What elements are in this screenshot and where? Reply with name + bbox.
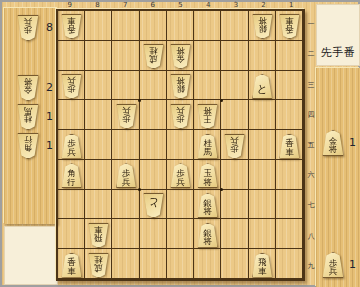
board-cell-8-3[interactable] bbox=[85, 71, 112, 101]
file-label-9: 9 bbox=[56, 2, 84, 9]
piece-gote-lance[interactable]: 香車 bbox=[61, 14, 82, 39]
file-label-2: 2 bbox=[250, 2, 278, 9]
piece-kanji: 歩 bbox=[122, 114, 131, 123]
rank-labels: 一二三四五六七八九 bbox=[306, 9, 316, 281]
board-cell-6-9[interactable] bbox=[140, 249, 167, 279]
board-cell-5-1[interactable] bbox=[167, 11, 194, 41]
piece-kanji: 銀 bbox=[176, 85, 185, 94]
file-label-5: 5 bbox=[167, 2, 195, 9]
piece-sente-lance[interactable]: 香車 bbox=[279, 134, 300, 159]
board-cell-4-1[interactable] bbox=[194, 11, 221, 41]
rank-label-4: 四 bbox=[306, 100, 316, 130]
piece-kanji: 行 bbox=[24, 135, 33, 144]
board-cell-3-8[interactable] bbox=[221, 219, 248, 249]
board-cell-4-3[interactable] bbox=[194, 71, 221, 101]
board-cell-9-2[interactable] bbox=[58, 41, 85, 71]
sente-hand-stand: 金将1歩兵1 bbox=[316, 68, 360, 287]
piece-gote-rook[interactable]: 飛車 bbox=[88, 223, 109, 248]
board-cell-2-7[interactable] bbox=[249, 190, 276, 220]
board-cell-7-5[interactable] bbox=[112, 130, 139, 160]
piece-kanji: 兵 bbox=[24, 17, 33, 26]
piece-kanji: 兵 bbox=[329, 267, 338, 276]
board-cell-5-7[interactable] bbox=[167, 190, 194, 220]
hand-count-gote-hand-gold: 2 bbox=[46, 81, 53, 94]
piece-gote-pawn[interactable]: 歩兵 bbox=[116, 104, 137, 129]
board-cell-3-1[interactable] bbox=[221, 11, 248, 41]
piece-gote-pawn[interactable]: 歩兵 bbox=[224, 134, 245, 159]
board-cell-9-4[interactable] bbox=[58, 100, 85, 130]
piece-kanji: 車 bbox=[95, 225, 104, 234]
board-cell-7-7[interactable] bbox=[112, 190, 139, 220]
board-cell-6-6[interactable] bbox=[140, 160, 167, 190]
board-cell-8-1[interactable] bbox=[85, 11, 112, 41]
piece-sente-silver[interactable]: 銀将 bbox=[197, 223, 218, 248]
board-cell-1-8[interactable] bbox=[276, 219, 303, 249]
board-cell-1-7[interactable] bbox=[276, 190, 303, 220]
piece-kanji: と bbox=[257, 83, 268, 97]
piece-kanji: 銀 bbox=[258, 25, 267, 34]
piece-kanji: 車 bbox=[285, 16, 294, 25]
shogi-board: 香車銀将香車成桂金将歩兵銀将と歩兵歩兵王将歩兵桂馬歩兵香車角行歩兵歩兵玉将と銀将… bbox=[56, 9, 305, 281]
piece-kanji: 行 bbox=[67, 178, 76, 187]
board-cell-2-4[interactable] bbox=[249, 100, 276, 130]
board-cell-3-6[interactable] bbox=[221, 160, 248, 190]
piece-kanji: 兵 bbox=[176, 178, 185, 187]
file-label-8: 8 bbox=[84, 2, 112, 9]
board-cell-6-4[interactable] bbox=[140, 100, 167, 130]
piece-gote-gold[interactable]: 金将 bbox=[170, 44, 191, 69]
piece-gote-king[interactable]: 王将 bbox=[197, 104, 218, 129]
board-cell-3-7[interactable] bbox=[221, 190, 248, 220]
piece-kanji: 兵 bbox=[67, 76, 76, 85]
piece-gote-silver[interactable]: 銀将 bbox=[252, 14, 273, 39]
board-cell-7-1[interactable] bbox=[112, 11, 139, 41]
board-cell-2-5[interactable] bbox=[249, 130, 276, 160]
piece-kanji: 将 bbox=[203, 178, 212, 187]
file-label-3: 3 bbox=[222, 2, 250, 9]
piece-kanji: 将 bbox=[176, 76, 185, 85]
rank-label-3: 三 bbox=[306, 69, 316, 99]
board-cell-1-6[interactable] bbox=[276, 160, 303, 190]
piece-sente-king[interactable]: 玉将 bbox=[197, 163, 218, 188]
rank-label-8: 八 bbox=[306, 221, 316, 251]
piece-kanji: 桂 bbox=[149, 46, 158, 55]
piece-sente-pawn[interactable]: 歩兵 bbox=[116, 163, 137, 188]
piece-kanji: 王 bbox=[203, 114, 212, 123]
piece-kanji: 将 bbox=[24, 77, 33, 86]
piece-gote-hand-bishop[interactable]: 角行 bbox=[17, 133, 39, 159]
piece-kanji: 香 bbox=[67, 25, 76, 34]
piece-kanji: 金 bbox=[176, 55, 185, 64]
board-cell-8-4[interactable] bbox=[85, 100, 112, 130]
board-cell-7-3[interactable] bbox=[112, 71, 139, 101]
piece-kanji: 兵 bbox=[122, 178, 131, 187]
piece-kanji: 馬 bbox=[203, 148, 212, 157]
board-cell-8-7[interactable] bbox=[85, 190, 112, 220]
board-cell-1-3[interactable] bbox=[276, 71, 303, 101]
rank-label-1: 一 bbox=[306, 9, 316, 39]
rank-label-9: 九 bbox=[306, 251, 316, 281]
piece-kanji: 馬 bbox=[24, 106, 33, 115]
board-cell-3-3[interactable] bbox=[221, 71, 248, 101]
board-cell-5-8[interactable] bbox=[167, 219, 194, 249]
piece-sente-silver[interactable]: 銀将 bbox=[197, 193, 218, 218]
piece-gote-lance[interactable]: 香車 bbox=[279, 14, 300, 39]
board-cell-8-5[interactable] bbox=[85, 130, 112, 160]
file-label-7: 7 bbox=[111, 2, 139, 9]
file-labels: 987654321 bbox=[56, 2, 305, 9]
piece-gote-pawn[interactable]: 歩兵 bbox=[170, 104, 191, 129]
piece-kanji: 将 bbox=[176, 46, 185, 55]
piece-kanji: 歩 bbox=[176, 114, 185, 123]
board-cell-2-2[interactable] bbox=[249, 41, 276, 71]
piece-sente-rook[interactable]: 飛車 bbox=[252, 253, 273, 278]
piece-gote-silver[interactable]: 銀将 bbox=[170, 74, 191, 99]
rank-label-2: 二 bbox=[306, 39, 316, 69]
board-cell-7-2[interactable] bbox=[112, 41, 139, 71]
upper-right-panel: 先手番 bbox=[316, 4, 360, 66]
rank-label-7: 七 bbox=[306, 190, 316, 220]
piece-kanji: 車 bbox=[285, 148, 294, 157]
piece-sente-hand-gold[interactable]: 金将 bbox=[322, 130, 344, 156]
piece-kanji: 車 bbox=[67, 16, 76, 25]
board-cell-5-5[interactable] bbox=[167, 130, 194, 160]
piece-gote-hand-knight[interactable]: 桂馬 bbox=[17, 104, 39, 130]
piece-kanji: 将 bbox=[203, 106, 212, 115]
turn-indicator: 先手番 bbox=[316, 45, 360, 60]
piece-kanji: 角 bbox=[24, 144, 33, 153]
piece-kanji: 兵 bbox=[176, 106, 185, 115]
piece-kanji: 兵 bbox=[67, 148, 76, 157]
rank-label-6: 六 bbox=[306, 160, 316, 190]
board-cell-8-2[interactable] bbox=[85, 41, 112, 71]
piece-gote-tokin[interactable]: と bbox=[143, 193, 164, 218]
piece-sente-lance[interactable]: 香車 bbox=[61, 253, 82, 278]
piece-kanji: 車 bbox=[258, 267, 267, 276]
board-cell-5-9[interactable] bbox=[167, 249, 194, 279]
board-cell-3-4[interactable] bbox=[221, 100, 248, 130]
board-cell-6-1[interactable] bbox=[140, 11, 167, 41]
piece-kanji: 将 bbox=[329, 145, 338, 154]
piece-kanji: 将 bbox=[203, 207, 212, 216]
board-cell-6-5[interactable] bbox=[140, 130, 167, 160]
board-cell-3-2[interactable] bbox=[221, 41, 248, 71]
star-point bbox=[220, 99, 223, 102]
piece-sente-hand-pawn[interactable]: 歩兵 bbox=[322, 252, 344, 278]
piece-kanji: 兵 bbox=[231, 136, 240, 145]
piece-kanji: 歩 bbox=[67, 85, 76, 94]
file-label-6: 6 bbox=[139, 2, 167, 9]
piece-gote-promoted-knight[interactable]: 成桂 bbox=[143, 44, 164, 69]
piece-kanji: 飛 bbox=[95, 233, 104, 242]
file-label-1: 1 bbox=[277, 2, 305, 9]
rank-label-5: 五 bbox=[306, 130, 316, 160]
piece-gote-pawn[interactable]: 歩兵 bbox=[61, 74, 82, 99]
piece-kanji: 香 bbox=[285, 25, 294, 34]
piece-gote-promoted-knight[interactable]: 成桂 bbox=[88, 253, 109, 278]
piece-kanji: 車 bbox=[67, 267, 76, 276]
hand-count-sente-hand-gold: 1 bbox=[349, 136, 356, 149]
piece-kanji: 兵 bbox=[122, 106, 131, 115]
piece-kanji: 歩 bbox=[24, 26, 33, 35]
piece-kanji: 桂 bbox=[24, 115, 33, 124]
piece-sente-tokin[interactable]: と bbox=[252, 74, 273, 99]
lower-left-panel bbox=[4, 226, 58, 285]
piece-sente-pawn[interactable]: 歩兵 bbox=[61, 134, 82, 159]
board-cell-8-6[interactable] bbox=[85, 160, 112, 190]
piece-sente-knight[interactable]: 桂馬 bbox=[197, 134, 218, 159]
board-cell-7-8[interactable] bbox=[112, 219, 139, 249]
hand-count-sente-hand-pawn: 1 bbox=[349, 258, 356, 271]
board-cell-1-2[interactable] bbox=[276, 41, 303, 71]
piece-kanji: 将 bbox=[203, 237, 212, 246]
board-cell-9-8[interactable] bbox=[58, 219, 85, 249]
piece-kanji: 金 bbox=[24, 86, 33, 95]
board-cell-1-4[interactable] bbox=[276, 100, 303, 130]
piece-gote-hand-gold[interactable]: 金将 bbox=[17, 75, 39, 101]
board-cell-7-9[interactable] bbox=[112, 249, 139, 279]
shogi-diagram: 歩兵8金将2桂馬1角行1 先手番 金将1歩兵1 987654321 一二三四五六… bbox=[0, 0, 360, 287]
board-cell-2-8[interactable] bbox=[249, 219, 276, 249]
piece-gote-hand-pawn[interactable]: 歩兵 bbox=[17, 15, 39, 41]
board-cell-1-9[interactable] bbox=[276, 249, 303, 279]
board-cell-9-7[interactable] bbox=[58, 190, 85, 220]
board-cell-6-8[interactable] bbox=[140, 219, 167, 249]
board-cell-4-9[interactable] bbox=[194, 249, 221, 279]
piece-kanji: 成 bbox=[149, 55, 158, 64]
file-label-4: 4 bbox=[194, 2, 222, 9]
star-point bbox=[220, 188, 223, 191]
piece-sente-pawn[interactable]: 歩兵 bbox=[170, 163, 191, 188]
piece-sente-bishop[interactable]: 角行 bbox=[61, 163, 82, 188]
board-cell-4-2[interactable] bbox=[194, 41, 221, 71]
gote-hand-stand: 歩兵8金将2桂馬1角行1 bbox=[4, 8, 58, 224]
board-cell-2-6[interactable] bbox=[249, 160, 276, 190]
hand-count-gote-hand-bishop: 1 bbox=[46, 139, 53, 152]
piece-kanji: と bbox=[148, 195, 159, 209]
board-cell-3-9[interactable] bbox=[221, 249, 248, 279]
board-cell-6-3[interactable] bbox=[140, 71, 167, 101]
star-point bbox=[138, 99, 141, 102]
piece-kanji: 桂 bbox=[95, 255, 104, 264]
piece-kanji: 将 bbox=[258, 16, 267, 25]
hand-count-gote-hand-knight: 1 bbox=[46, 110, 53, 123]
hand-count-gote-hand-pawn: 8 bbox=[46, 21, 53, 34]
